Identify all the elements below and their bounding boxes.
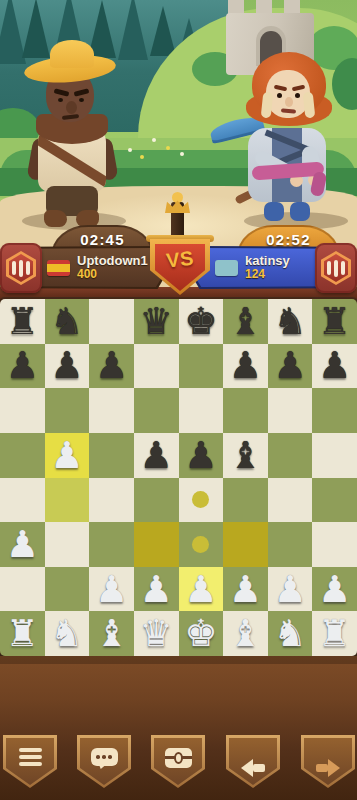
square-e8[interactable]: ♚ — [179, 299, 224, 344]
piece-white-king[interactable]: ♚ — [184, 615, 217, 652]
square-e3[interactable] — [179, 522, 224, 567]
square-a4[interactable] — [0, 478, 45, 523]
square-g7[interactable]: ♟ — [268, 344, 313, 389]
piece-white-pawn[interactable]: ♟ — [50, 437, 83, 474]
square-a6[interactable] — [0, 388, 45, 433]
piece-white-pawn[interactable]: ♟ — [273, 571, 306, 608]
square-e5[interactable]: ♟ — [179, 433, 224, 478]
square-g5[interactable] — [268, 433, 313, 478]
square-d3[interactable] — [134, 522, 179, 567]
white-player-badge[interactable] — [0, 243, 42, 293]
square-h5[interactable] — [312, 433, 357, 478]
piece-white-pawn[interactable]: ♟ — [184, 571, 217, 608]
square-h1[interactable]: ♜ — [312, 611, 357, 656]
piece-white-pawn[interactable]: ♟ — [140, 571, 173, 608]
piece-black-rook[interactable]: ♜ — [6, 303, 39, 340]
black-player-rating: 124 — [245, 268, 290, 281]
square-c2[interactable]: ♟ — [89, 567, 134, 612]
flag-plain-teal — [215, 260, 238, 276]
square-d5[interactable]: ♟ — [134, 433, 179, 478]
piece-black-rook[interactable]: ♜ — [318, 303, 351, 340]
square-e7[interactable] — [179, 344, 224, 389]
square-h3[interactable] — [312, 522, 357, 567]
move-dot[interactable] — [192, 491, 209, 508]
piece-white-queen[interactable]: ♛ — [140, 615, 173, 652]
piece-black-king[interactable]: ♚ — [184, 303, 217, 340]
square-g3[interactable] — [268, 522, 313, 567]
square-g8[interactable]: ♞ — [268, 299, 313, 344]
white-player-rating: 400 — [77, 268, 148, 281]
piece-white-knight[interactable]: ♞ — [273, 615, 306, 652]
white-player-name: Uptodown1 — [77, 254, 148, 268]
piece-black-pawn[interactable]: ♟ — [6, 347, 39, 384]
square-c3[interactable] — [89, 522, 134, 567]
piece-black-pawn[interactable]: ♟ — [140, 437, 173, 474]
square-f3[interactable] — [223, 522, 268, 567]
square-f7[interactable]: ♟ — [223, 344, 268, 389]
square-b8[interactable]: ♞ — [45, 299, 90, 344]
square-c4[interactable] — [89, 478, 134, 523]
square-c1[interactable]: ♝ — [89, 611, 134, 656]
flag-spain — [47, 260, 70, 276]
square-b5[interactable]: ♟ — [45, 433, 90, 478]
square-e4[interactable] — [179, 478, 224, 523]
piece-black-pawn[interactable]: ♟ — [95, 347, 128, 384]
square-b3[interactable] — [45, 522, 90, 567]
square-g4[interactable] — [268, 478, 313, 523]
piece-black-knight[interactable]: ♞ — [273, 303, 306, 340]
piece-black-queen[interactable]: ♛ — [140, 303, 173, 340]
piece-white-pawn[interactable]: ♟ — [95, 571, 128, 608]
piece-white-knight[interactable]: ♞ — [50, 615, 83, 652]
square-h6[interactable] — [312, 388, 357, 433]
chess-board: ♜♞♛♚♝♞♜♟♟♟♟♟♟♟♟♟♝♟♟♟♟♟♟♟♜♞♝♛♚♝♞♜ — [0, 299, 357, 656]
chat-bubble-icon — [91, 748, 118, 766]
farmer-character — [10, 40, 130, 240]
square-d4[interactable] — [134, 478, 179, 523]
square-d1[interactable]: ♛ — [134, 611, 179, 656]
black-player-name: katinsy — [245, 254, 290, 268]
square-a8[interactable]: ♜ — [0, 299, 45, 344]
square-d8[interactable]: ♛ — [134, 299, 179, 344]
square-d6[interactable] — [134, 388, 179, 433]
menu-icon — [19, 748, 42, 766]
black-player-badge[interactable] — [315, 243, 357, 293]
square-a2[interactable] — [0, 567, 45, 612]
square-a1[interactable]: ♜ — [0, 611, 45, 656]
square-b1[interactable]: ♞ — [45, 611, 90, 656]
square-h7[interactable]: ♟ — [312, 344, 357, 389]
square-h4[interactable] — [312, 478, 357, 523]
piece-white-pawn[interactable]: ♟ — [318, 571, 351, 608]
app-screen: 02:45 02:52 Uptodown1 400 katinsy 124 — [0, 0, 357, 800]
square-d2[interactable]: ♟ — [134, 567, 179, 612]
square-e2[interactable]: ♟ — [179, 567, 224, 612]
piece-black-pawn[interactable]: ♟ — [318, 347, 351, 384]
piece-white-bishop[interactable]: ♝ — [229, 615, 262, 652]
square-e1[interactable]: ♚ — [179, 611, 224, 656]
square-c5[interactable] — [89, 433, 134, 478]
rank-bars-icon — [321, 251, 351, 285]
square-g1[interactable]: ♞ — [268, 611, 313, 656]
square-f1[interactable]: ♝ — [223, 611, 268, 656]
rival-character — [238, 40, 357, 240]
piece-black-pawn[interactable]: ♟ — [50, 347, 83, 384]
piece-black-knight[interactable]: ♞ — [50, 303, 83, 340]
piece-white-rook[interactable]: ♜ — [6, 615, 39, 652]
square-b7[interactable]: ♟ — [45, 344, 90, 389]
square-g6[interactable] — [268, 388, 313, 433]
square-c6[interactable] — [89, 388, 134, 433]
piece-white-pawn[interactable]: ♟ — [6, 526, 39, 563]
square-f2[interactable]: ♟ — [223, 567, 268, 612]
square-h2[interactable]: ♟ — [312, 567, 357, 612]
square-f6[interactable] — [223, 388, 268, 433]
square-c8[interactable] — [89, 299, 134, 344]
piece-black-pawn[interactable]: ♟ — [273, 347, 306, 384]
piece-black-bishop[interactable]: ♝ — [229, 303, 262, 340]
piece-white-bishop[interactable]: ♝ — [95, 615, 128, 652]
square-b6[interactable] — [45, 388, 90, 433]
square-b4[interactable] — [45, 478, 90, 523]
square-d7[interactable] — [134, 344, 179, 389]
square-h8[interactable]: ♜ — [312, 299, 357, 344]
square-a7[interactable]: ♟ — [0, 344, 45, 389]
forward-arrow-icon — [316, 750, 340, 785]
piece-black-bishop[interactable]: ♝ — [229, 437, 262, 474]
square-f8[interactable]: ♝ — [223, 299, 268, 344]
square-f4[interactable] — [223, 478, 268, 523]
square-e6[interactable] — [179, 388, 224, 433]
square-c7[interactable]: ♟ — [89, 344, 134, 389]
piece-white-rook[interactable]: ♜ — [318, 615, 351, 652]
move-dot[interactable] — [192, 536, 209, 553]
piece-black-pawn[interactable]: ♟ — [229, 347, 262, 384]
back-arrow-icon — [241, 750, 265, 785]
piece-black-pawn[interactable]: ♟ — [184, 437, 217, 474]
treasure-chest-icon — [165, 748, 192, 768]
square-f5[interactable]: ♝ — [223, 433, 268, 478]
piece-white-pawn[interactable]: ♟ — [229, 571, 262, 608]
square-a5[interactable] — [0, 433, 45, 478]
rank-bars-icon — [6, 251, 36, 285]
square-a3[interactable]: ♟ — [0, 522, 45, 567]
square-g2[interactable]: ♟ — [268, 567, 313, 612]
square-b2[interactable] — [45, 567, 90, 612]
